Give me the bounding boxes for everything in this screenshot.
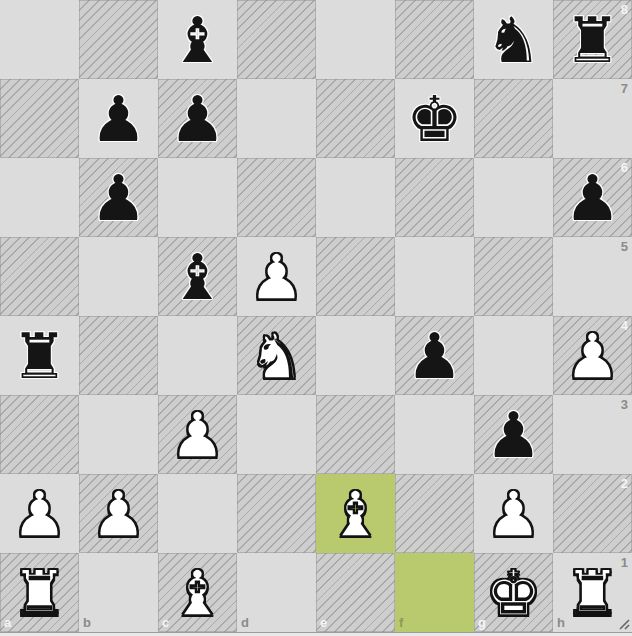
file-label-f: f	[399, 616, 403, 629]
square-c2[interactable]	[158, 474, 237, 553]
white-king[interactable]: ♚	[485, 562, 541, 625]
square-a4[interactable]: ♜	[0, 316, 79, 395]
square-f1[interactable]: f	[395, 553, 474, 632]
square-a7[interactable]	[0, 79, 79, 158]
black-pawn[interactable]: ♟	[406, 325, 462, 388]
square-a8[interactable]	[0, 0, 79, 79]
rank-label-3: 3	[621, 398, 628, 411]
rank-label-7: 7	[621, 82, 628, 95]
square-h3[interactable]: 3	[553, 395, 632, 474]
square-g2[interactable]: ♟	[474, 474, 553, 553]
black-pawn[interactable]: ♟	[485, 404, 541, 467]
file-label-a: a	[4, 616, 11, 629]
square-f5[interactable]	[395, 237, 474, 316]
square-h8[interactable]: ♜8	[553, 0, 632, 79]
square-c4[interactable]	[158, 316, 237, 395]
white-bishop[interactable]: ♝	[327, 483, 383, 546]
square-d1[interactable]: d	[237, 553, 316, 632]
chess-board: ♝♞♜8♟♟♚7♟♟6♝♟5♜♞♟♟4♟♟3♟♟♝♟2♜ab♝cdef♚g♜1h	[0, 0, 632, 632]
square-h4[interactable]: ♟4	[553, 316, 632, 395]
square-c3[interactable]: ♟	[158, 395, 237, 474]
square-e8[interactable]	[316, 0, 395, 79]
square-h1[interactable]: ♜1h	[553, 553, 632, 632]
square-b7[interactable]: ♟	[79, 79, 158, 158]
rank-label-4: 4	[621, 319, 628, 332]
square-b3[interactable]	[79, 395, 158, 474]
square-g6[interactable]	[474, 158, 553, 237]
black-pawn[interactable]: ♟	[90, 88, 146, 151]
file-label-b: b	[83, 616, 91, 629]
square-e7[interactable]	[316, 79, 395, 158]
square-d6[interactable]	[237, 158, 316, 237]
square-d3[interactable]	[237, 395, 316, 474]
square-c8[interactable]: ♝	[158, 0, 237, 79]
black-king[interactable]: ♚	[406, 88, 462, 151]
square-d8[interactable]	[237, 0, 316, 79]
white-bishop[interactable]: ♝	[169, 562, 225, 625]
square-f8[interactable]	[395, 0, 474, 79]
black-pawn[interactable]: ♟	[169, 88, 225, 151]
square-c5[interactable]: ♝	[158, 237, 237, 316]
square-g4[interactable]	[474, 316, 553, 395]
square-e4[interactable]	[316, 316, 395, 395]
square-h7[interactable]: 7	[553, 79, 632, 158]
file-label-c: c	[162, 616, 169, 629]
rank-label-8: 8	[621, 3, 628, 16]
white-pawn[interactable]: ♟	[169, 404, 225, 467]
square-d7[interactable]	[237, 79, 316, 158]
black-rook[interactable]: ♜	[564, 9, 620, 72]
square-d2[interactable]	[237, 474, 316, 553]
square-h6[interactable]: ♟6	[553, 158, 632, 237]
square-e6[interactable]	[316, 158, 395, 237]
square-b4[interactable]	[79, 316, 158, 395]
square-b2[interactable]: ♟	[79, 474, 158, 553]
rank-label-6: 6	[621, 161, 628, 174]
file-label-d: d	[241, 616, 249, 629]
square-g8[interactable]: ♞	[474, 0, 553, 79]
square-f3[interactable]	[395, 395, 474, 474]
rank-label-1: 1	[621, 556, 628, 569]
square-e5[interactable]	[316, 237, 395, 316]
square-e1[interactable]: e	[316, 553, 395, 632]
white-rook[interactable]: ♜	[564, 562, 620, 625]
square-f2[interactable]	[395, 474, 474, 553]
square-b1[interactable]: b	[79, 553, 158, 632]
rank-label-5: 5	[621, 240, 628, 253]
square-b5[interactable]	[79, 237, 158, 316]
black-pawn[interactable]: ♟	[564, 167, 620, 230]
white-pawn[interactable]: ♟	[248, 246, 304, 309]
square-h2[interactable]: 2	[553, 474, 632, 553]
black-bishop[interactable]: ♝	[169, 246, 225, 309]
square-a3[interactable]	[0, 395, 79, 474]
square-b8[interactable]	[79, 0, 158, 79]
white-pawn[interactable]: ♟	[11, 483, 67, 546]
square-c6[interactable]	[158, 158, 237, 237]
square-b6[interactable]: ♟	[79, 158, 158, 237]
square-f7[interactable]: ♚	[395, 79, 474, 158]
square-a5[interactable]	[0, 237, 79, 316]
black-pawn[interactable]: ♟	[90, 167, 146, 230]
white-pawn[interactable]: ♟	[564, 325, 620, 388]
square-a6[interactable]	[0, 158, 79, 237]
square-e2[interactable]: ♝	[316, 474, 395, 553]
file-label-e: e	[320, 616, 327, 629]
square-g5[interactable]	[474, 237, 553, 316]
white-pawn[interactable]: ♟	[485, 483, 541, 546]
square-e3[interactable]	[316, 395, 395, 474]
square-c1[interactable]: ♝c	[158, 553, 237, 632]
square-c7[interactable]: ♟	[158, 79, 237, 158]
square-g1[interactable]: ♚g	[474, 553, 553, 632]
square-a2[interactable]: ♟	[0, 474, 79, 553]
black-knight[interactable]: ♞	[485, 9, 541, 72]
square-f6[interactable]	[395, 158, 474, 237]
board-bottom-strip	[0, 632, 632, 636]
white-rook[interactable]: ♜	[11, 562, 67, 625]
white-knight[interactable]: ♞	[248, 325, 304, 388]
black-bishop[interactable]: ♝	[169, 9, 225, 72]
black-rook[interactable]: ♜	[11, 325, 67, 388]
square-d4[interactable]: ♞	[237, 316, 316, 395]
square-h5[interactable]: 5	[553, 237, 632, 316]
white-pawn[interactable]: ♟	[90, 483, 146, 546]
square-a1[interactable]: ♜a	[0, 553, 79, 632]
square-f4[interactable]: ♟	[395, 316, 474, 395]
resize-handle-icon[interactable]	[616, 616, 630, 630]
rank-label-2: 2	[621, 477, 628, 490]
square-g3[interactable]: ♟	[474, 395, 553, 474]
square-g7[interactable]	[474, 79, 553, 158]
square-d5[interactable]: ♟	[237, 237, 316, 316]
